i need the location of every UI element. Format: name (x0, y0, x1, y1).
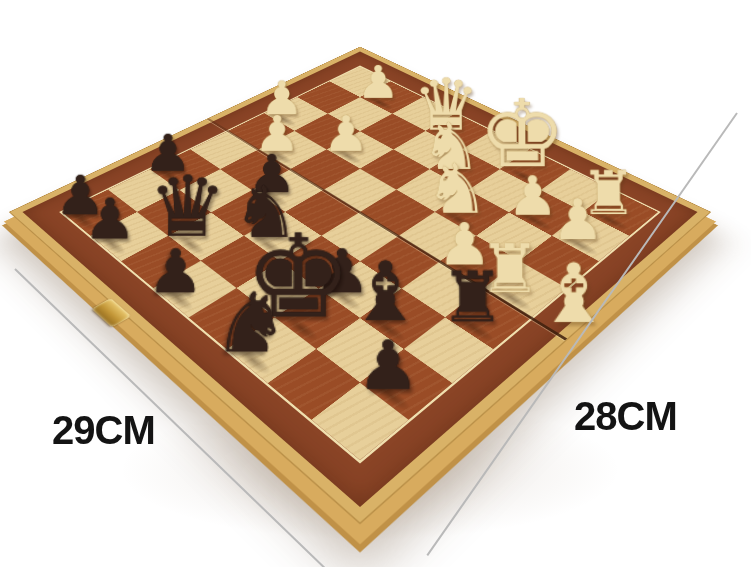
black-rook[interactable]: ♜ (439, 266, 505, 330)
white-pawn[interactable]: ♟ (551, 194, 604, 246)
board-scene: ♟♛♚♜♞♟♟♟♟♞♟♟♜♟♜♟♞♟♝♛♚♟♟♟♟♞ ♝ (130, 0, 590, 442)
black-knight[interactable]: ♞ (212, 287, 290, 363)
dimension-label-28cm: 28CM (574, 394, 677, 439)
product-photo: ♟♛♚♜♞♟♟♟♟♞♟♟♜♟♜♟♞♟♝♛♚♟♟♟♟♞ ♝ 29CM 28CM (0, 0, 751, 567)
board-squares: ♟♛♚♜♞♟♟♟♟♞♟♟♜♟♜♟♞♟♝♛♚♟♟♟♟♞ (59, 65, 661, 463)
dimension-label-29cm: 29CM (52, 408, 155, 453)
black-queen[interactable]: ♛ (148, 169, 228, 246)
black-pawn[interactable]: ♟ (83, 194, 136, 246)
black-pawn[interactable]: ♟ (356, 335, 420, 398)
black-bishop[interactable]: ♝ (347, 255, 424, 330)
white-pawn[interactable]: ♟ (357, 62, 400, 103)
black-pawn[interactable]: ♟ (147, 245, 204, 301)
white-pawn[interactable]: ♟ (322, 112, 368, 157)
